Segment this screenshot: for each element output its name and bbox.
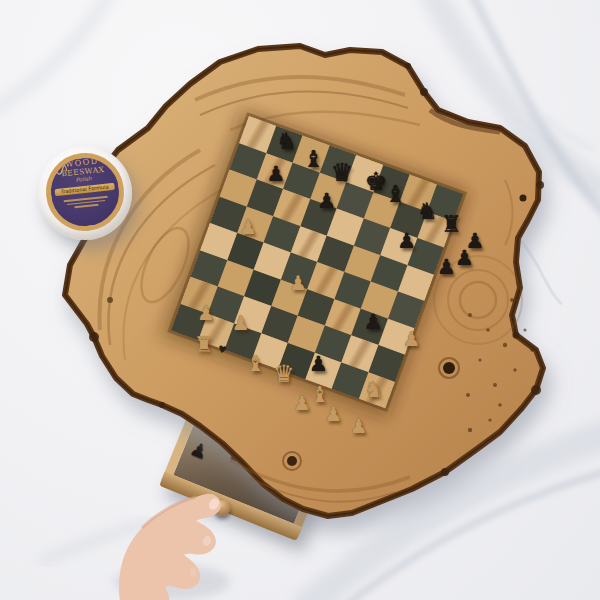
wood-pawn-d4[interactable]: ♟: [283, 267, 313, 297]
black-knight-b8[interactable]: ♞: [272, 127, 302, 157]
wood-queen-d1[interactable]: ♛: [269, 359, 299, 389]
wood-pawn-rim-e0[interactable]: ♟: [287, 389, 317, 419]
wood-pawn-a2[interactable]: ♟: [191, 298, 221, 328]
wood-pawn-b2[interactable]: ♟: [226, 307, 256, 337]
black-pawn-g4[interactable]: ♟: [358, 307, 388, 337]
tin-subtitle: Polish: [75, 175, 92, 184]
wood-rook-a1[interactable]: ♜: [189, 330, 219, 360]
hand-silhouette: [119, 494, 221, 600]
scene: ♟♟♜: [0, 0, 600, 600]
wood-pawn-a5[interactable]: ♟: [233, 213, 263, 243]
drawer-interior: ♟♟♜: [173, 425, 314, 524]
ring-fingernail: [190, 568, 197, 577]
wood-pawn-rim-g0[interactable]: ♟: [344, 411, 374, 441]
black-pawn-g7[interactable]: ♟: [391, 226, 421, 256]
middle-fingernail: [202, 535, 213, 547]
wood-pawn-h4[interactable]: ♟: [397, 324, 427, 354]
drawer-black-rook-2[interactable]: ♜: [261, 451, 285, 478]
drawer-black-pawn-0[interactable]: ♟: [187, 437, 211, 464]
black-pawn-b7[interactable]: ♟: [261, 159, 291, 189]
black-pawn-h6[interactable]: ♟: [431, 252, 461, 282]
tin-label: WOOD BEESWAX Polish Traditional Formula: [42, 149, 128, 235]
wood-bishop-c1[interactable]: ♝: [240, 349, 270, 379]
hand-shading: [142, 497, 196, 528]
burl-speckles: [466, 298, 534, 432]
black-bishop-f8[interactable]: ♝: [380, 179, 410, 209]
black-queen-d8[interactable]: ♛: [327, 158, 357, 188]
hand-shadow: [114, 564, 230, 600]
wood-knight-g1[interactable]: ♞: [358, 375, 388, 405]
chess-board: ♥♞♝♛♚♝♞♜♟♟♟♟♟♟♟♟♟♟♟♟♟♜♝♛♝♞♟♟♟: [171, 116, 463, 408]
drawer-knob[interactable]: [212, 498, 233, 519]
storage-drawer[interactable]: ♟♟♜: [162, 417, 325, 535]
black-pawn-e2[interactable]: ♟: [303, 349, 333, 379]
black-pawn-d7[interactable]: ♟: [312, 186, 342, 216]
beeswax-tin: WOOD BEESWAX Polish Traditional Formula: [38, 146, 132, 240]
drawer-black-pawn-1[interactable]: ♟: [226, 441, 250, 468]
black-bishop-c8[interactable]: ♝: [298, 143, 328, 173]
